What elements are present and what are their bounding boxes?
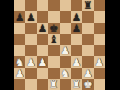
square-b5[interactable] xyxy=(25,34,36,45)
square-a4[interactable] xyxy=(14,45,25,56)
square-e6[interactable] xyxy=(60,23,71,34)
square-f8[interactable] xyxy=(71,0,82,11)
square-g6[interactable] xyxy=(82,23,93,34)
square-a1[interactable] xyxy=(14,79,25,90)
white-pawn-icon: ♟ xyxy=(26,56,35,67)
square-g2[interactable]: ♟ xyxy=(82,68,93,79)
chess-board: ♜♟♟♟♟♚♟♝♟♞♟♟♟♟♟♞♟♜♜♚ xyxy=(14,0,105,90)
square-d5[interactable]: ♝ xyxy=(48,34,59,45)
square-e4[interactable]: ♟ xyxy=(60,45,71,56)
square-g5[interactable] xyxy=(82,34,93,45)
square-f5[interactable] xyxy=(71,34,82,45)
square-e3[interactable] xyxy=(60,56,71,67)
black-rook-icon: ♜ xyxy=(83,0,92,10)
white-rook-icon: ♜ xyxy=(72,79,81,90)
square-c1[interactable] xyxy=(37,79,48,90)
white-pawn-icon: ♟ xyxy=(95,56,104,67)
square-c4[interactable] xyxy=(37,45,48,56)
square-d2[interactable] xyxy=(48,68,59,79)
white-pawn-icon: ♟ xyxy=(15,67,24,78)
square-c7[interactable] xyxy=(37,11,48,22)
square-b4[interactable] xyxy=(25,45,36,56)
white-rook-icon: ♜ xyxy=(49,79,58,90)
square-b8[interactable] xyxy=(25,0,36,11)
square-e2[interactable]: ♞ xyxy=(60,68,71,79)
white-knight-icon: ♞ xyxy=(60,67,69,78)
square-h3[interactable]: ♟ xyxy=(94,56,105,67)
square-e1[interactable] xyxy=(60,79,71,90)
square-a8[interactable] xyxy=(14,0,25,11)
square-d6[interactable]: ♚ xyxy=(48,23,59,34)
square-c6[interactable]: ♟ xyxy=(37,23,48,34)
square-b1[interactable] xyxy=(25,79,36,90)
square-g4[interactable] xyxy=(82,45,93,56)
square-f1[interactable]: ♜ xyxy=(71,79,82,90)
square-b7[interactable]: ♟ xyxy=(25,11,36,22)
square-g1[interactable]: ♚ xyxy=(82,79,93,90)
black-pawn-icon: ♟ xyxy=(72,11,81,22)
square-d8[interactable] xyxy=(48,0,59,11)
black-king-icon: ♚ xyxy=(49,22,58,33)
white-knight-icon: ♞ xyxy=(15,56,24,67)
square-b2[interactable] xyxy=(25,68,36,79)
black-pawn-icon: ♟ xyxy=(26,11,35,22)
square-d1[interactable]: ♜ xyxy=(48,79,59,90)
white-pawn-icon: ♟ xyxy=(38,56,47,67)
square-f4[interactable] xyxy=(71,45,82,56)
black-pawn-icon: ♟ xyxy=(38,22,47,33)
square-d4[interactable] xyxy=(48,45,59,56)
square-h2[interactable] xyxy=(94,68,105,79)
square-a7[interactable]: ♟ xyxy=(14,11,25,22)
square-h4[interactable] xyxy=(94,45,105,56)
white-pawn-icon: ♟ xyxy=(83,67,92,78)
square-f2[interactable] xyxy=(71,68,82,79)
square-e7[interactable] xyxy=(60,11,71,22)
letterbox-right xyxy=(105,0,120,90)
white-pawn-icon: ♟ xyxy=(72,56,81,67)
square-f6[interactable]: ♟ xyxy=(71,23,82,34)
video-frame: ♜♟♟♟♟♚♟♝♟♞♟♟♟♟♟♞♟♜♜♚ xyxy=(0,0,120,90)
square-h1[interactable] xyxy=(94,79,105,90)
square-a5[interactable] xyxy=(14,34,25,45)
square-h6[interactable] xyxy=(94,23,105,34)
square-a2[interactable]: ♟ xyxy=(14,68,25,79)
square-c3[interactable]: ♟ xyxy=(37,56,48,67)
square-h5[interactable] xyxy=(94,34,105,45)
square-b3[interactable]: ♟ xyxy=(25,56,36,67)
black-pawn-icon: ♟ xyxy=(15,11,24,22)
square-c2[interactable] xyxy=(37,68,48,79)
square-d7[interactable] xyxy=(48,11,59,22)
square-a3[interactable]: ♞ xyxy=(14,56,25,67)
square-h8[interactable] xyxy=(94,0,105,11)
square-a6[interactable] xyxy=(14,23,25,34)
square-c8[interactable] xyxy=(37,0,48,11)
square-g3[interactable] xyxy=(82,56,93,67)
letterbox-left xyxy=(0,0,14,90)
square-f3[interactable]: ♟ xyxy=(71,56,82,67)
square-g7[interactable] xyxy=(82,11,93,22)
square-c5[interactable] xyxy=(37,34,48,45)
square-g8[interactable]: ♜ xyxy=(82,0,93,11)
square-f7[interactable]: ♟ xyxy=(71,11,82,22)
square-d3[interactable] xyxy=(48,56,59,67)
square-e5[interactable] xyxy=(60,34,71,45)
white-king-icon: ♚ xyxy=(83,79,92,90)
square-e8[interactable] xyxy=(60,0,71,11)
square-h7[interactable] xyxy=(94,11,105,22)
white-pawn-icon: ♟ xyxy=(60,45,69,56)
square-b6[interactable] xyxy=(25,23,36,34)
black-bishop-icon: ♝ xyxy=(49,34,58,45)
black-pawn-icon: ♟ xyxy=(72,22,81,33)
